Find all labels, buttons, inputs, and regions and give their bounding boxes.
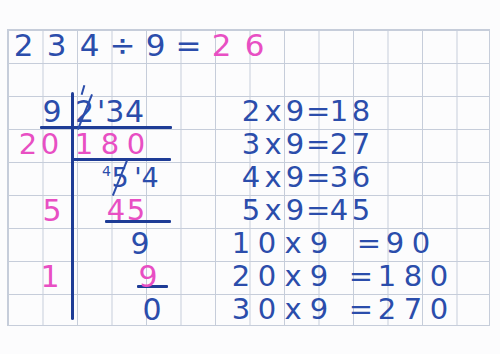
hand-glyph: 9 — [306, 260, 332, 293]
fact-5x9: 5x9=45 — [240, 194, 372, 227]
hand-glyph: 2 — [7, 29, 40, 62]
hand-glyph: 4 — [240, 161, 262, 194]
hand-glyph: 8 — [350, 95, 372, 128]
remainder-54-digit: '4 — [133, 161, 160, 194]
hand-glyph: 7 — [350, 128, 372, 161]
fact-30x9: 30x9=270 — [228, 293, 452, 326]
hand-glyph: x — [262, 128, 284, 161]
hand-glyph: 6 — [350, 161, 372, 194]
divisor: 9 — [38, 95, 66, 128]
hand-glyph: = — [348, 293, 374, 326]
fact-4x9: 4x9=36 — [240, 161, 372, 194]
hand-glyph: 9 — [306, 227, 332, 260]
hand-glyph: 2 — [17, 128, 39, 161]
hand-glyph: ÷ — [106, 29, 139, 62]
hand-glyph: 7 — [400, 293, 426, 326]
hand-glyph: = — [348, 260, 374, 293]
partial-quotient-1: 1 — [36, 260, 64, 293]
hand-glyph: 0 — [426, 293, 452, 326]
hand-glyph: 0 — [123, 128, 149, 161]
hand-glyph: 5 — [240, 194, 262, 227]
hand-glyph: 9 — [306, 293, 332, 326]
chunk-9: 9 — [134, 260, 162, 293]
hand-glyph: = — [356, 227, 382, 260]
hand-glyph: 9 — [382, 227, 408, 260]
hand-glyph: 9 — [284, 128, 306, 161]
hand-glyph: 5 — [126, 194, 146, 227]
chunk-45: 45 — [106, 194, 146, 227]
hand-glyph: 2 — [374, 293, 400, 326]
hand-glyph: 1 — [374, 260, 400, 293]
hand-glyph: 0 — [254, 260, 280, 293]
hand-glyph: 8 — [400, 260, 426, 293]
remainder-9: 9 — [126, 227, 154, 260]
hand-glyph: x — [280, 293, 306, 326]
hand-glyph: 0 — [254, 227, 280, 260]
hand-glyph: x — [262, 161, 284, 194]
hand-glyph: 0 — [39, 128, 61, 161]
struck-digit-5: 5 — [110, 161, 130, 194]
hand-glyph: 9 — [284, 161, 306, 194]
hand-glyph: = — [306, 95, 328, 128]
hand-glyph: 2 — [228, 260, 254, 293]
hand-glyph: 9 — [284, 95, 306, 128]
fact-10x9: 10x9=90 — [228, 227, 434, 260]
hand-glyph: 3 — [328, 161, 350, 194]
hand-glyph: 1 — [71, 128, 97, 161]
hand-glyph: 9 — [139, 29, 172, 62]
hand-glyph: = — [306, 161, 328, 194]
dividend-row: 2'34 — [72, 95, 147, 128]
hand-glyph: 3 — [228, 293, 254, 326]
hand-glyph: x — [280, 227, 306, 260]
hand-glyph: 2 — [72, 95, 97, 128]
fact-2x9: 2x9=18 — [240, 95, 372, 128]
hand-glyph: 2 — [240, 95, 262, 128]
hand-glyph: 3 — [40, 29, 73, 62]
hand-glyph: 8 — [97, 128, 123, 161]
hand-glyph: 1 — [228, 227, 254, 260]
hand-glyph: 4 — [122, 95, 147, 128]
hand-glyph: 3 — [240, 128, 262, 161]
hand-glyph: 6 — [238, 29, 271, 62]
hand-glyph: 2 — [328, 128, 350, 161]
fact-3x9: 3x9=27 — [240, 128, 372, 161]
hand-glyph: 4 — [328, 194, 350, 227]
hand-glyph: 5 — [350, 194, 372, 227]
equation-row: 234÷9=26 — [7, 29, 271, 62]
final-remainder-0: 0 — [138, 293, 166, 326]
hand-glyph: = — [172, 29, 205, 62]
partial-quotient-5: 5 — [38, 194, 66, 227]
hand-glyph: 2 — [205, 29, 238, 62]
hand-glyph: 1 — [328, 95, 350, 128]
hand-glyph: 0 — [254, 293, 280, 326]
hand-glyph: x — [280, 260, 306, 293]
partial-quotient-20: 20 — [17, 128, 61, 161]
chunk-180: 180 — [71, 128, 149, 161]
hand-glyph: x — [262, 194, 284, 227]
hand-glyph: 4 — [106, 194, 126, 227]
hand-glyph: 9 — [284, 194, 306, 227]
hand-glyph: x — [262, 95, 284, 128]
fact-20x9: 20x9=180 — [228, 260, 452, 293]
hand-glyph: 0 — [408, 227, 434, 260]
hand-glyph: 4 — [73, 29, 106, 62]
worksheet-paper: 234÷9=26 9 2'34 20 180 4 5 '4 5 45 9 1 9… — [0, 0, 500, 354]
hand-glyph: = — [306, 128, 328, 161]
hand-glyph: 0 — [426, 260, 452, 293]
hand-glyph: = — [306, 194, 328, 227]
hand-glyph: '3 — [97, 95, 122, 128]
